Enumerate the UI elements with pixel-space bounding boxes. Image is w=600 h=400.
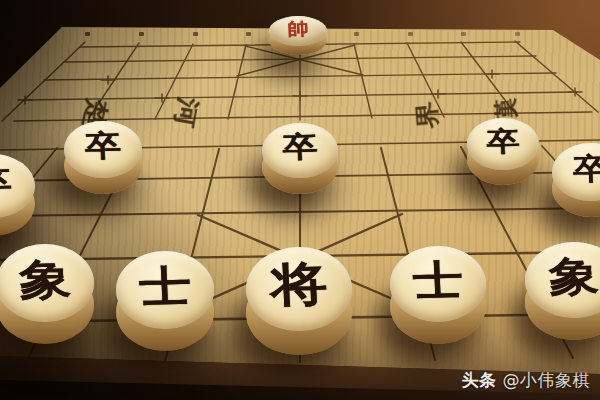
edge-mark	[408, 32, 413, 36]
piece-character: 卒	[572, 154, 600, 185]
piece-black-soldier-file7[interactable]: 卒	[467, 118, 539, 185]
piece-character: 卒	[282, 132, 318, 162]
piece-face: 帥	[269, 16, 327, 46]
piece-black-soldier-file1[interactable]: 卒	[0, 154, 35, 236]
piece-black-soldier-file3[interactable]: 卒	[64, 121, 142, 194]
piece-character: 卒	[84, 131, 121, 162]
watermark-handle: @小伟象棋	[503, 370, 591, 390]
piece-character: 卒	[486, 127, 520, 155]
edge-mark	[461, 32, 466, 36]
edge-mark	[193, 32, 198, 36]
piece-character: 士	[412, 259, 464, 301]
piece-face: 卒	[467, 118, 539, 170]
piece-face: 卒	[262, 123, 338, 178]
piece-face: 士	[390, 246, 486, 322]
photo-canvas: 楚河界漢 帥卒卒卒卒卒象士将士象 头条 @小伟象棋	[0, 0, 600, 400]
edge-mark	[354, 32, 359, 36]
piece-character: 将	[270, 261, 329, 309]
piece-character: 象	[548, 255, 600, 297]
edge-mark	[139, 32, 144, 36]
piece-face: 将	[246, 247, 352, 331]
piece-black-advisor-right[interactable]: 士	[390, 246, 486, 344]
river-char-2: 河	[171, 95, 201, 129]
piece-character: 帥	[287, 21, 309, 39]
piece-character: 象	[18, 257, 72, 301]
edge-mark	[85, 32, 90, 36]
river-char-3: 界	[414, 100, 440, 130]
edge-mark	[515, 32, 520, 36]
piece-black-elephant-left[interactable]: 象	[0, 244, 94, 344]
piece-face: 士	[116, 251, 214, 329]
piece-black-elephant-right[interactable]: 象	[525, 242, 600, 340]
piece-character: 卒	[0, 166, 13, 200]
piece-character: 士	[138, 264, 192, 308]
watermark: 头条 @小伟象棋	[462, 369, 590, 392]
piece-red-general[interactable]: 帥	[269, 16, 327, 55]
piece-face: 象	[0, 244, 94, 322]
edge-mark	[246, 32, 251, 36]
piece-black-soldier-file9[interactable]: 卒	[552, 143, 600, 217]
piece-black-soldier-file5[interactable]: 卒	[262, 123, 338, 194]
piece-face: 卒	[64, 121, 142, 178]
watermark-brand: 头条	[462, 370, 497, 390]
piece-black-advisor-left[interactable]: 士	[116, 251, 214, 351]
piece-black-general[interactable]: 将	[246, 247, 352, 355]
